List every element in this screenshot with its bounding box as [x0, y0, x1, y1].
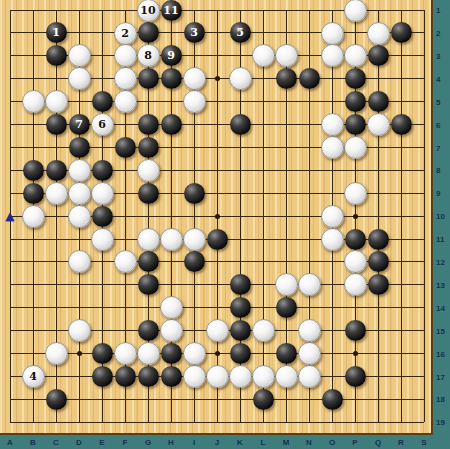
board-point[interactable]	[321, 273, 344, 296]
board-point[interactable]	[183, 296, 206, 319]
board-point[interactable]	[252, 388, 275, 411]
board-point[interactable]	[252, 159, 275, 182]
board-point[interactable]	[367, 0, 390, 22]
board-point[interactable]	[137, 136, 160, 159]
board-point[interactable]	[91, 319, 114, 342]
board-point[interactable]	[68, 388, 91, 411]
board-point[interactable]	[183, 0, 206, 22]
board-point[interactable]: ▲	[0, 205, 22, 228]
board-point[interactable]	[114, 388, 137, 411]
board-point[interactable]	[45, 0, 68, 22]
board-point[interactable]	[321, 136, 344, 159]
board-point[interactable]	[114, 67, 137, 90]
board-point[interactable]	[68, 250, 91, 273]
board-point[interactable]	[22, 22, 45, 45]
board-point[interactable]	[0, 159, 22, 182]
board-point[interactable]	[206, 319, 229, 342]
board-point[interactable]	[413, 388, 436, 411]
board-point[interactable]	[413, 159, 436, 182]
board-point[interactable]	[252, 250, 275, 273]
board-point[interactable]	[183, 44, 206, 67]
board-point[interactable]	[252, 342, 275, 365]
board-point[interactable]: 9	[160, 44, 183, 67]
board-point[interactable]	[298, 365, 321, 388]
board-point[interactable]	[390, 182, 413, 205]
board-point[interactable]	[252, 319, 275, 342]
board-point[interactable]	[22, 67, 45, 90]
board-point[interactable]	[298, 296, 321, 319]
board-point[interactable]	[91, 388, 114, 411]
board-point[interactable]	[137, 22, 160, 45]
board-point[interactable]	[206, 411, 229, 434]
board-point[interactable]	[298, 273, 321, 296]
board-point[interactable]	[137, 90, 160, 113]
board-point[interactable]	[183, 136, 206, 159]
board-point[interactable]	[275, 90, 298, 113]
board-point[interactable]	[390, 205, 413, 228]
board-point[interactable]	[22, 205, 45, 228]
board-point[interactable]	[68, 319, 91, 342]
board-point[interactable]	[321, 67, 344, 90]
board-point[interactable]	[68, 159, 91, 182]
board-point[interactable]	[22, 44, 45, 67]
board-point[interactable]	[22, 273, 45, 296]
board-point[interactable]	[68, 228, 91, 251]
board-point[interactable]	[0, 365, 22, 388]
board-point[interactable]	[0, 411, 22, 434]
board-point[interactable]	[275, 159, 298, 182]
board-point[interactable]	[160, 228, 183, 251]
board-point[interactable]	[22, 411, 45, 434]
board-point[interactable]	[114, 90, 137, 113]
board-point[interactable]	[206, 182, 229, 205]
board-point[interactable]	[275, 205, 298, 228]
board-point[interactable]	[367, 44, 390, 67]
board-point[interactable]	[298, 22, 321, 45]
board-point[interactable]	[68, 0, 91, 22]
board-point[interactable]	[344, 296, 367, 319]
board-point[interactable]: 7	[68, 113, 91, 136]
board-point[interactable]	[413, 273, 436, 296]
board-point[interactable]	[45, 388, 68, 411]
board-point[interactable]	[114, 342, 137, 365]
board-point[interactable]	[206, 113, 229, 136]
board-point[interactable]	[275, 22, 298, 45]
board-point[interactable]	[390, 388, 413, 411]
board-point[interactable]	[0, 296, 22, 319]
board-point[interactable]	[45, 159, 68, 182]
board-point[interactable]	[390, 22, 413, 45]
board-point[interactable]	[252, 182, 275, 205]
board-point[interactable]	[183, 182, 206, 205]
board-point[interactable]	[367, 205, 390, 228]
board-point[interactable]	[91, 90, 114, 113]
board-point[interactable]	[137, 113, 160, 136]
board-point[interactable]	[367, 342, 390, 365]
board-point[interactable]	[367, 182, 390, 205]
board-point[interactable]	[298, 0, 321, 22]
board-point[interactable]	[367, 90, 390, 113]
board-point[interactable]: 4	[22, 365, 45, 388]
board-point[interactable]: 2	[114, 22, 137, 45]
board-point[interactable]	[229, 182, 252, 205]
board-point[interactable]	[160, 67, 183, 90]
board-point[interactable]	[344, 365, 367, 388]
board-point[interactable]	[390, 0, 413, 22]
board-point[interactable]	[45, 136, 68, 159]
board-point[interactable]	[413, 0, 436, 22]
board-point[interactable]	[68, 273, 91, 296]
board-point[interactable]	[160, 250, 183, 273]
board-point[interactable]	[367, 136, 390, 159]
board-point[interactable]	[298, 67, 321, 90]
board-point[interactable]	[45, 228, 68, 251]
board-point[interactable]	[413, 342, 436, 365]
board-point[interactable]	[114, 411, 137, 434]
board-point[interactable]: 5	[229, 22, 252, 45]
board-point[interactable]	[160, 319, 183, 342]
board-point[interactable]	[367, 228, 390, 251]
board-point[interactable]	[275, 365, 298, 388]
board-point[interactable]	[275, 113, 298, 136]
board-point[interactable]	[321, 296, 344, 319]
board-point[interactable]	[183, 411, 206, 434]
board-point[interactable]	[91, 296, 114, 319]
board-point[interactable]	[137, 182, 160, 205]
board-point[interactable]	[0, 67, 22, 90]
board-point[interactable]	[390, 411, 413, 434]
board-point[interactable]	[137, 159, 160, 182]
board-point[interactable]	[367, 159, 390, 182]
board-point[interactable]	[229, 90, 252, 113]
board-point[interactable]	[68, 365, 91, 388]
board-point[interactable]	[114, 44, 137, 67]
board-point[interactable]	[390, 67, 413, 90]
board-point[interactable]	[68, 67, 91, 90]
board-point[interactable]	[321, 388, 344, 411]
board-point[interactable]	[137, 273, 160, 296]
board-point[interactable]	[344, 205, 367, 228]
board-point[interactable]	[413, 411, 436, 434]
board-point[interactable]	[22, 0, 45, 22]
board-point[interactable]	[114, 273, 137, 296]
board-point[interactable]	[0, 228, 22, 251]
board-point[interactable]	[160, 182, 183, 205]
board-point[interactable]	[344, 273, 367, 296]
board-point[interactable]	[390, 365, 413, 388]
board-point[interactable]	[252, 228, 275, 251]
board-point[interactable]	[68, 342, 91, 365]
board-point[interactable]	[91, 365, 114, 388]
board-point[interactable]	[160, 136, 183, 159]
board-point[interactable]	[206, 22, 229, 45]
board-point[interactable]	[206, 0, 229, 22]
go-board[interactable]: 101112358976▲4	[0, 0, 436, 434]
board-point[interactable]	[91, 411, 114, 434]
board-point[interactable]	[413, 90, 436, 113]
board-point[interactable]	[413, 44, 436, 67]
board-point[interactable]	[91, 342, 114, 365]
board-point[interactable]	[0, 90, 22, 113]
board-point[interactable]	[413, 113, 436, 136]
board-point[interactable]	[160, 273, 183, 296]
board-point[interactable]	[298, 228, 321, 251]
board-point[interactable]	[91, 136, 114, 159]
board-point[interactable]	[344, 0, 367, 22]
board-point[interactable]	[321, 228, 344, 251]
board-point[interactable]	[183, 67, 206, 90]
board-point[interactable]	[367, 22, 390, 45]
board-point[interactable]	[413, 182, 436, 205]
board-point[interactable]	[229, 228, 252, 251]
board-point[interactable]	[252, 113, 275, 136]
board-point[interactable]	[68, 90, 91, 113]
board-point[interactable]	[114, 365, 137, 388]
board-point[interactable]	[344, 113, 367, 136]
board-point[interactable]	[252, 0, 275, 22]
board-point[interactable]	[275, 296, 298, 319]
board-point[interactable]	[229, 342, 252, 365]
board-point[interactable]	[321, 319, 344, 342]
board-point[interactable]	[206, 250, 229, 273]
board-point[interactable]	[183, 113, 206, 136]
board-point[interactable]	[275, 250, 298, 273]
board-point[interactable]	[137, 228, 160, 251]
board-point[interactable]	[344, 136, 367, 159]
board-point[interactable]	[0, 44, 22, 67]
board-point[interactable]	[160, 342, 183, 365]
board-point[interactable]	[45, 411, 68, 434]
board-point[interactable]	[183, 273, 206, 296]
board-point[interactable]	[160, 159, 183, 182]
board-point[interactable]	[45, 273, 68, 296]
board-point[interactable]	[275, 228, 298, 251]
board-point[interactable]	[275, 342, 298, 365]
board-point[interactable]	[45, 113, 68, 136]
board-point[interactable]	[45, 205, 68, 228]
board-point[interactable]	[321, 22, 344, 45]
board-point[interactable]	[229, 296, 252, 319]
board-point[interactable]: 8	[137, 44, 160, 67]
board-point[interactable]	[0, 319, 22, 342]
board-point[interactable]	[229, 136, 252, 159]
board-point[interactable]	[206, 90, 229, 113]
board-point[interactable]	[275, 67, 298, 90]
board-point[interactable]	[183, 205, 206, 228]
board-point[interactable]	[344, 44, 367, 67]
board-point[interactable]	[137, 411, 160, 434]
board-point[interactable]	[321, 44, 344, 67]
board-point[interactable]	[252, 296, 275, 319]
board-point[interactable]	[252, 67, 275, 90]
board-point[interactable]	[206, 44, 229, 67]
board-point[interactable]	[252, 90, 275, 113]
board-point[interactable]	[114, 228, 137, 251]
board-point[interactable]	[321, 182, 344, 205]
board-point[interactable]	[91, 159, 114, 182]
board-point[interactable]	[229, 273, 252, 296]
board-point[interactable]	[390, 296, 413, 319]
board-point[interactable]	[183, 90, 206, 113]
board-point[interactable]	[367, 67, 390, 90]
board-point[interactable]	[321, 342, 344, 365]
board-point[interactable]	[22, 136, 45, 159]
board-point[interactable]	[45, 365, 68, 388]
board-point[interactable]	[91, 67, 114, 90]
board-point[interactable]	[114, 319, 137, 342]
board-point[interactable]	[367, 388, 390, 411]
board-point[interactable]	[298, 44, 321, 67]
board-point[interactable]	[229, 44, 252, 67]
board-point[interactable]	[390, 90, 413, 113]
board-point[interactable]	[367, 319, 390, 342]
board-point[interactable]	[298, 182, 321, 205]
board-point[interactable]	[344, 228, 367, 251]
board-point[interactable]	[22, 228, 45, 251]
board-point[interactable]	[321, 90, 344, 113]
board-point[interactable]	[229, 365, 252, 388]
board-point[interactable]	[137, 388, 160, 411]
board-point[interactable]	[321, 159, 344, 182]
board-point[interactable]	[0, 388, 22, 411]
board-point[interactable]	[275, 44, 298, 67]
board-point[interactable]	[0, 136, 22, 159]
board-point[interactable]	[252, 205, 275, 228]
board-point[interactable]	[413, 250, 436, 273]
board-point[interactable]	[0, 250, 22, 273]
board-point[interactable]	[0, 342, 22, 365]
board-point[interactable]	[160, 411, 183, 434]
board-point[interactable]	[114, 296, 137, 319]
board-point[interactable]	[298, 411, 321, 434]
board-point[interactable]	[413, 228, 436, 251]
board-point[interactable]	[183, 388, 206, 411]
board-point[interactable]: 3	[183, 22, 206, 45]
board-point[interactable]	[0, 273, 22, 296]
board-point[interactable]	[68, 182, 91, 205]
board-point[interactable]	[321, 0, 344, 22]
board-point[interactable]	[413, 136, 436, 159]
board-point[interactable]	[252, 44, 275, 67]
board-point[interactable]	[114, 113, 137, 136]
board-point[interactable]: 6	[91, 113, 114, 136]
board-point[interactable]	[229, 67, 252, 90]
board-point[interactable]	[413, 67, 436, 90]
board-point[interactable]	[45, 90, 68, 113]
board-point[interactable]	[367, 411, 390, 434]
board-point[interactable]	[298, 319, 321, 342]
board-point[interactable]	[413, 319, 436, 342]
board-point[interactable]	[114, 136, 137, 159]
board-point[interactable]	[367, 273, 390, 296]
board-point[interactable]	[183, 228, 206, 251]
board-point[interactable]	[68, 411, 91, 434]
board-point[interactable]	[68, 136, 91, 159]
board-point[interactable]	[413, 22, 436, 45]
board-point[interactable]	[298, 250, 321, 273]
board-point[interactable]	[137, 205, 160, 228]
board-point[interactable]	[229, 159, 252, 182]
board-point[interactable]	[275, 0, 298, 22]
board-point[interactable]	[22, 182, 45, 205]
board-point[interactable]	[45, 342, 68, 365]
board-point[interactable]	[22, 388, 45, 411]
board-point[interactable]	[344, 411, 367, 434]
board-point[interactable]	[183, 250, 206, 273]
board-point[interactable]	[114, 182, 137, 205]
board-point[interactable]	[114, 250, 137, 273]
board-point[interactable]	[22, 90, 45, 113]
board-point[interactable]: 10	[137, 0, 160, 22]
board-point[interactable]	[114, 0, 137, 22]
board-point[interactable]	[91, 228, 114, 251]
board-point[interactable]	[206, 67, 229, 90]
board-point[interactable]	[229, 205, 252, 228]
board-point[interactable]	[344, 250, 367, 273]
board-point[interactable]	[229, 319, 252, 342]
board-point[interactable]	[160, 113, 183, 136]
board-point[interactable]: 11	[160, 0, 183, 22]
board-point[interactable]	[229, 388, 252, 411]
board-point[interactable]	[206, 273, 229, 296]
board-point[interactable]	[160, 365, 183, 388]
board-point[interactable]	[206, 136, 229, 159]
board-point[interactable]	[344, 182, 367, 205]
board-point[interactable]	[298, 113, 321, 136]
board-point[interactable]	[45, 182, 68, 205]
board-point[interactable]	[45, 67, 68, 90]
board-point[interactable]	[91, 182, 114, 205]
board-point[interactable]	[91, 250, 114, 273]
board-point[interactable]	[344, 388, 367, 411]
board-point[interactable]	[413, 205, 436, 228]
board-point[interactable]	[275, 411, 298, 434]
board-point[interactable]	[344, 22, 367, 45]
board-point[interactable]	[183, 365, 206, 388]
board-point[interactable]	[0, 0, 22, 22]
board-point[interactable]	[183, 159, 206, 182]
board-point[interactable]	[390, 159, 413, 182]
board-point[interactable]	[91, 205, 114, 228]
board-point[interactable]	[114, 159, 137, 182]
board-point[interactable]	[344, 67, 367, 90]
board-point[interactable]	[321, 205, 344, 228]
board-point[interactable]	[160, 205, 183, 228]
board-point[interactable]	[344, 159, 367, 182]
board-point[interactable]	[344, 342, 367, 365]
board-point[interactable]	[91, 44, 114, 67]
board-point[interactable]	[344, 319, 367, 342]
board-point[interactable]	[321, 250, 344, 273]
board-point[interactable]	[390, 228, 413, 251]
board-point[interactable]	[160, 90, 183, 113]
board-point[interactable]	[22, 159, 45, 182]
board-point[interactable]	[390, 113, 413, 136]
board-point[interactable]	[229, 250, 252, 273]
board-point[interactable]	[206, 159, 229, 182]
board-point[interactable]	[137, 342, 160, 365]
board-point[interactable]	[206, 296, 229, 319]
board-point[interactable]	[298, 90, 321, 113]
board-point[interactable]	[229, 0, 252, 22]
board-point[interactable]	[137, 67, 160, 90]
board-point[interactable]	[390, 44, 413, 67]
board-point[interactable]	[413, 296, 436, 319]
board-point[interactable]	[137, 319, 160, 342]
board-point[interactable]	[206, 205, 229, 228]
board-point[interactable]	[390, 136, 413, 159]
board-point[interactable]	[252, 411, 275, 434]
